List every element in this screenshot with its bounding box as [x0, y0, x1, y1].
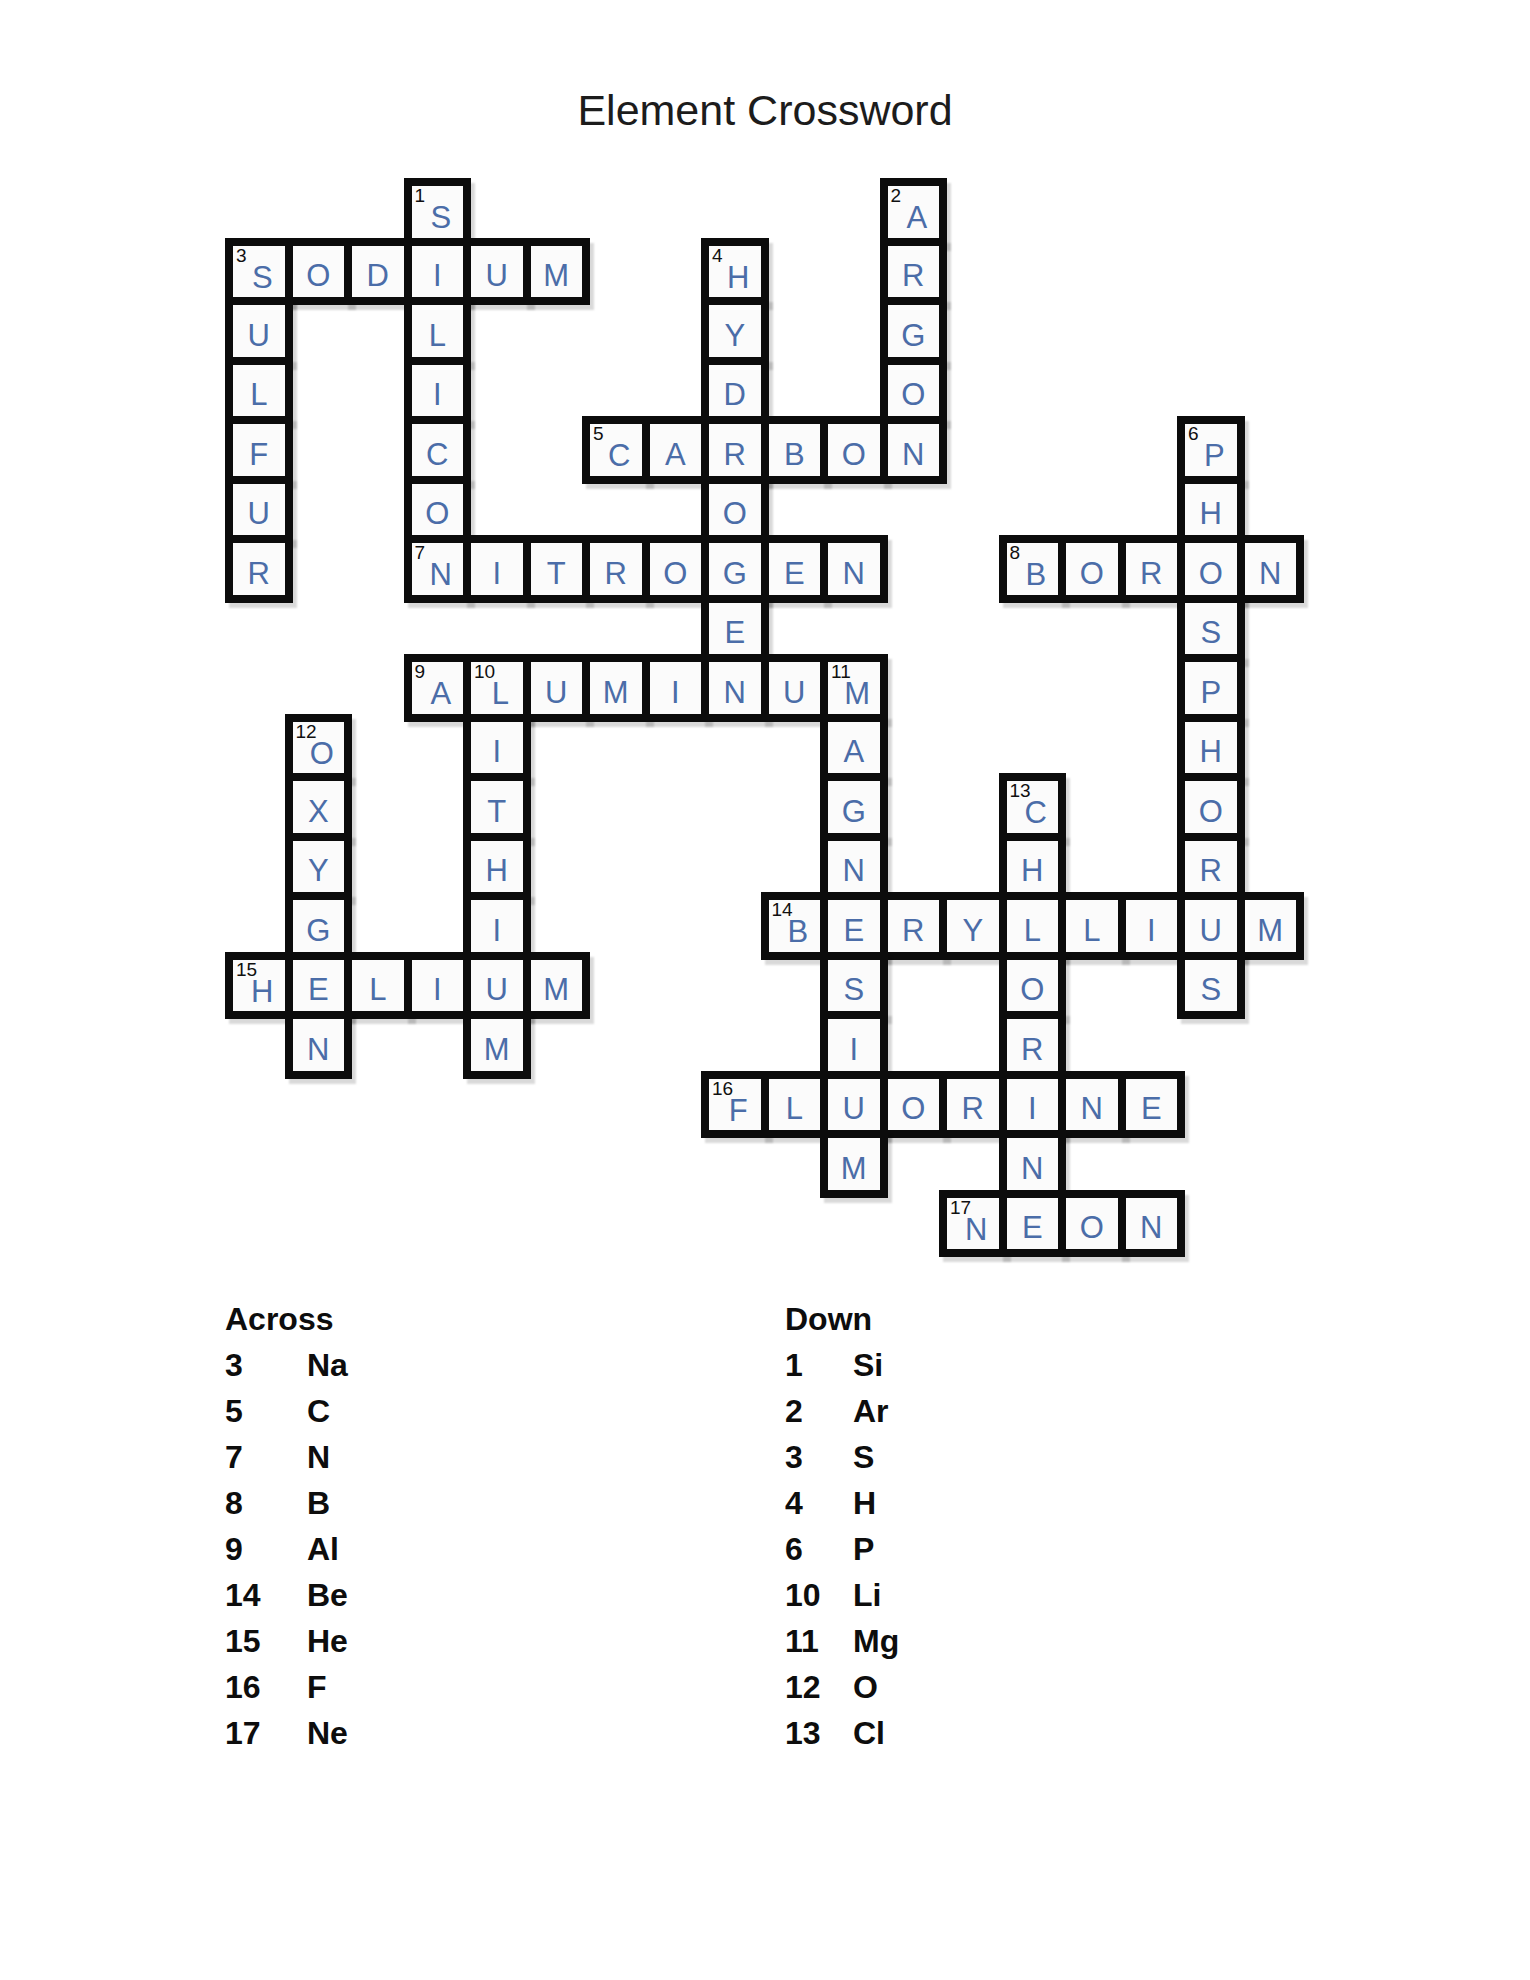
cell-letter: Y	[308, 855, 329, 886]
cell-letter: Y	[724, 320, 745, 351]
cell-letter: P	[1200, 677, 1221, 708]
cell-r12c9[interactable]: 14B	[761, 892, 829, 960]
cell-r5c16[interactable]: H	[1177, 476, 1245, 544]
cell-r8c8[interactable]: N	[701, 654, 769, 722]
cell-letter: I	[1028, 1093, 1037, 1124]
cell-r12c13[interactable]: L	[999, 892, 1067, 960]
clue-number: 10	[785, 1572, 853, 1618]
cell-r4c11[interactable]: N	[880, 416, 948, 484]
cell-letter: N	[1259, 558, 1281, 589]
cell-letter: O	[842, 439, 866, 470]
cell-r8c16[interactable]: P	[1177, 654, 1245, 722]
clue-text: Si	[853, 1347, 883, 1383]
cell-r6c16[interactable]: O	[1177, 535, 1245, 603]
cell-r0c3[interactable]: 1S	[404, 178, 472, 246]
cell-letter: G	[842, 796, 866, 827]
cell-letter: N	[724, 677, 746, 708]
clue-text: Na	[307, 1347, 348, 1383]
cell-letter: O	[901, 379, 925, 410]
cell-r1c1[interactable]: O	[285, 238, 353, 306]
cell-r15c10[interactable]: U	[820, 1071, 888, 1139]
cell-r13c13[interactable]: O	[999, 952, 1067, 1020]
cell-letter: O	[1199, 796, 1223, 827]
cell-r6c4[interactable]: I	[463, 535, 531, 603]
clue-text: Al	[307, 1531, 339, 1567]
cell-letter: I	[433, 260, 442, 291]
clue-number: 16	[225, 1664, 307, 1710]
clue-number: 1	[785, 1342, 853, 1388]
cell-r13c2[interactable]: L	[344, 952, 412, 1020]
cell-r6c10[interactable]: N	[820, 535, 888, 603]
cell-r12c12[interactable]: Y	[939, 892, 1007, 960]
cell-r8c10[interactable]: 11M	[820, 654, 888, 722]
clue-text: F	[307, 1669, 327, 1705]
cell-letter: F	[729, 1095, 748, 1126]
cell-r6c17[interactable]: N	[1237, 535, 1305, 603]
cell-r15c13[interactable]: I	[999, 1071, 1067, 1139]
cell-number: 8	[1010, 543, 1021, 564]
cell-r13c4[interactable]: U	[463, 952, 531, 1020]
cell-letter: H	[486, 855, 508, 886]
cell-r6c7[interactable]: O	[642, 535, 710, 603]
cell-r6c6[interactable]: R	[582, 535, 650, 603]
across-clue-14: 14Be	[225, 1572, 348, 1618]
cell-number: 1	[415, 186, 426, 207]
cell-letter: I	[1147, 915, 1156, 946]
cell-letter: L	[492, 678, 509, 709]
cell-number: 3	[236, 246, 247, 267]
clue-number: 6	[785, 1526, 853, 1572]
across-clue-7: 7N	[225, 1434, 348, 1480]
cell-r12c1[interactable]: G	[285, 892, 353, 960]
cell-r10c13[interactable]: 13C	[999, 773, 1067, 841]
clue-text: O	[853, 1669, 878, 1705]
clue-text: B	[307, 1485, 330, 1521]
cell-letter: O	[1080, 558, 1104, 589]
cell-r2c11[interactable]: G	[880, 297, 948, 365]
cell-r11c4[interactable]: H	[463, 833, 531, 901]
cell-r5c3[interactable]: O	[404, 476, 472, 544]
clue-number: 13	[785, 1710, 853, 1756]
cell-letter: E	[784, 558, 805, 589]
cell-letter: O	[723, 498, 747, 529]
cell-letter: I	[671, 677, 680, 708]
cell-r6c9[interactable]: E	[761, 535, 829, 603]
cell-letter: O	[1199, 558, 1223, 589]
clue-number: 5	[225, 1388, 307, 1434]
cell-letter: D	[724, 379, 746, 410]
clue-text: H	[853, 1485, 876, 1521]
cell-letter: B	[1025, 559, 1046, 590]
cell-letter: U	[486, 974, 508, 1005]
cell-letter: L	[369, 974, 386, 1005]
cell-r13c16[interactable]: S	[1177, 952, 1245, 1020]
cell-r13c3[interactable]: I	[404, 952, 472, 1020]
across-clue-15: 15He	[225, 1618, 348, 1664]
cell-r1c11[interactable]: R	[880, 238, 948, 306]
cell-number: 15	[236, 960, 257, 981]
cell-letter: N	[307, 1034, 329, 1065]
cell-number: 16	[712, 1079, 733, 1100]
clue-number: 8	[225, 1480, 307, 1526]
cell-letter: R	[902, 915, 924, 946]
cell-letter: L	[250, 379, 267, 410]
cell-r17c13[interactable]: E	[999, 1190, 1067, 1258]
cell-letter: M	[543, 974, 569, 1005]
crossword-board: 1S2A3SODIUM4HRULYGLIDOFC5CARBON6PUOOHR7N…	[225, 178, 1296, 1249]
cell-letter: U	[248, 320, 270, 351]
cell-letter: M	[1257, 915, 1283, 946]
cell-r14c13[interactable]: R	[999, 1011, 1067, 1079]
page: Element Crossword 1S2A3SODIUM4HRULYGLIDO…	[0, 0, 1530, 1980]
cell-letter: X	[308, 796, 329, 827]
cell-letter: H	[1021, 855, 1043, 886]
down-header: Down	[785, 1296, 899, 1342]
cell-letter: N	[430, 559, 452, 590]
cell-number: 13	[1010, 781, 1031, 802]
cell-r14c4[interactable]: M	[463, 1011, 531, 1079]
cell-letter: N	[1021, 1153, 1043, 1184]
cell-r4c3[interactable]: C	[404, 416, 472, 484]
cell-letter: E	[724, 617, 745, 648]
cell-r5c0[interactable]: U	[225, 476, 293, 544]
cell-letter: E	[1141, 1093, 1162, 1124]
cell-r12c4[interactable]: I	[463, 892, 531, 960]
cell-r13c0[interactable]: 15H	[225, 952, 293, 1020]
cell-r12c17[interactable]: M	[1237, 892, 1305, 960]
puzzle-title: Element Crossword	[0, 86, 1530, 135]
cell-letter: O	[663, 558, 687, 589]
cell-letter: H	[1200, 498, 1222, 529]
cell-letter: U	[1200, 915, 1222, 946]
clue-number: 12	[785, 1664, 853, 1710]
clue-text: He	[307, 1623, 348, 1659]
cell-letter: M	[844, 678, 870, 709]
down-clue-6: 6P	[785, 1526, 899, 1572]
cell-r4c0[interactable]: F	[225, 416, 293, 484]
cell-r8c9[interactable]: U	[761, 654, 829, 722]
cell-r13c1[interactable]: E	[285, 952, 353, 1020]
cell-letter: L	[786, 1093, 803, 1124]
cell-letter: O	[306, 260, 330, 291]
cell-r3c11[interactable]: O	[880, 357, 948, 425]
cell-letter: U	[545, 677, 567, 708]
cell-r17c12[interactable]: 17N	[939, 1190, 1007, 1258]
down-clue-2: 2Ar	[785, 1388, 899, 1434]
cell-letter: I	[433, 379, 442, 410]
cell-r15c11[interactable]: O	[880, 1071, 948, 1139]
cell-letter: I	[433, 974, 442, 1005]
cell-letter: L	[429, 320, 446, 351]
cell-r16c10[interactable]: M	[820, 1130, 888, 1198]
clue-number: 15	[225, 1618, 307, 1664]
down-clue-3: 3S	[785, 1434, 899, 1480]
cell-r17c15[interactable]: N	[1118, 1190, 1186, 1258]
cell-letter: O	[1020, 974, 1044, 1005]
cell-r4c8[interactable]: R	[701, 416, 769, 484]
cell-r2c8[interactable]: Y	[701, 297, 769, 365]
across-header: Across	[225, 1296, 348, 1342]
cell-letter: M	[543, 260, 569, 291]
cell-r1c0[interactable]: 3S	[225, 238, 293, 306]
cell-r6c13[interactable]: 8B	[999, 535, 1067, 603]
cell-r15c8[interactable]: 16F	[701, 1071, 769, 1139]
cell-letter: H	[251, 976, 273, 1007]
cell-letter: U	[248, 498, 270, 529]
cell-r9c4[interactable]: I	[463, 714, 531, 782]
clue-text: Ne	[307, 1715, 348, 1751]
cell-letter: G	[306, 915, 330, 946]
cell-r11c16[interactable]: R	[1177, 833, 1245, 901]
cell-r12c10[interactable]: E	[820, 892, 888, 960]
down-clue-13: 13Cl	[785, 1710, 899, 1756]
across-clue-3: 3Na	[225, 1342, 348, 1388]
across-clue-17: 17Ne	[225, 1710, 348, 1756]
cell-number: 17	[950, 1198, 971, 1219]
cell-r4c6[interactable]: 5C	[582, 416, 650, 484]
clue-text: Cl	[853, 1715, 885, 1751]
cell-letter: T	[487, 796, 506, 827]
cell-r14c1[interactable]: N	[285, 1011, 353, 1079]
cell-letter: S	[430, 202, 451, 233]
cell-r15c12[interactable]: R	[939, 1071, 1007, 1139]
cell-r10c4[interactable]: T	[463, 773, 531, 841]
cell-number: 10	[474, 662, 495, 683]
cell-letter: A	[906, 202, 927, 233]
cell-letter: M	[484, 1034, 510, 1065]
cell-r2c0[interactable]: U	[225, 297, 293, 365]
cell-letter: R	[1140, 558, 1162, 589]
cell-r12c11[interactable]: R	[880, 892, 948, 960]
cell-number: 6	[1188, 424, 1199, 445]
clue-text: S	[853, 1439, 874, 1475]
cell-letter: O	[310, 738, 334, 769]
cell-letter: R	[724, 439, 746, 470]
cell-letter: R	[1021, 1034, 1043, 1065]
cell-letter: I	[492, 915, 501, 946]
cell-r15c15[interactable]: E	[1118, 1071, 1186, 1139]
cell-letter: N	[902, 439, 924, 470]
down-clue-10: 10Li	[785, 1572, 899, 1618]
cell-letter: C	[608, 440, 630, 471]
down-clue-12: 12O	[785, 1664, 899, 1710]
cell-r4c9[interactable]: B	[761, 416, 829, 484]
cell-number: 12	[296, 722, 317, 743]
cell-r1c8[interactable]: 4H	[701, 238, 769, 306]
cell-letter: R	[902, 260, 924, 291]
cell-r8c7[interactable]: I	[642, 654, 710, 722]
across-clue-8: 8B	[225, 1480, 348, 1526]
cell-number: 14	[772, 900, 793, 921]
cell-letter: C	[1025, 797, 1047, 828]
cell-letter: S	[843, 974, 864, 1005]
cell-letter: O	[425, 498, 449, 529]
clue-number: 11	[785, 1618, 853, 1664]
cell-letter: O	[901, 1093, 925, 1124]
cell-letter: H	[1200, 736, 1222, 767]
down-clue-4: 4H	[785, 1480, 899, 1526]
cell-r6c15[interactable]: R	[1118, 535, 1186, 603]
cell-r15c9[interactable]: L	[761, 1071, 829, 1139]
cell-letter: B	[784, 439, 805, 470]
cell-number: 2	[891, 186, 902, 207]
cell-r8c5[interactable]: U	[523, 654, 591, 722]
cell-r4c10[interactable]: O	[820, 416, 888, 484]
cell-r3c3[interactable]: I	[404, 357, 472, 425]
cell-letter: A	[430, 678, 451, 709]
cell-letter: N	[1081, 1093, 1103, 1124]
cell-letter: A	[665, 439, 686, 470]
clue-number: 9	[225, 1526, 307, 1572]
cell-letter: D	[367, 260, 389, 291]
cell-letter: I	[492, 558, 501, 589]
cell-r12c15[interactable]: I	[1118, 892, 1186, 960]
cell-r8c4[interactable]: 10L	[463, 654, 531, 722]
cell-r14c10[interactable]: I	[820, 1011, 888, 1079]
cell-letter: H	[727, 262, 749, 293]
cell-number: 5	[593, 424, 604, 445]
cell-r17c14[interactable]: O	[1058, 1190, 1126, 1258]
cell-letter: O	[1080, 1212, 1104, 1243]
cell-letter: N	[965, 1214, 987, 1245]
cell-letter: M	[603, 677, 629, 708]
cell-letter: N	[843, 855, 865, 886]
cell-r0c11[interactable]: 2A	[880, 178, 948, 246]
cell-letter: M	[841, 1153, 867, 1184]
clue-number: 2	[785, 1388, 853, 1434]
cell-letter: S	[1200, 617, 1221, 648]
cell-letter: R	[605, 558, 627, 589]
cell-r7c8[interactable]: E	[701, 595, 769, 663]
cell-letter: B	[787, 916, 808, 947]
cell-r2c3[interactable]: L	[404, 297, 472, 365]
across-list: 3Na5C7N8B9Al14Be15He16F17Ne	[225, 1342, 348, 1756]
cell-letter: T	[547, 558, 566, 589]
clue-text: P	[853, 1531, 874, 1567]
cell-letter: S	[252, 262, 273, 293]
cell-letter: C	[426, 439, 448, 470]
clue-text: N	[307, 1439, 330, 1475]
across-clue-16: 16F	[225, 1664, 348, 1710]
cell-letter: S	[1200, 974, 1221, 1005]
cell-r6c8[interactable]: G	[701, 535, 769, 603]
cell-r7c16[interactable]: S	[1177, 595, 1245, 663]
cell-r8c3[interactable]: 9A	[404, 654, 472, 722]
down-clue-11: 11Mg	[785, 1618, 899, 1664]
cell-letter: R	[248, 558, 270, 589]
cell-r16c13[interactable]: N	[999, 1130, 1067, 1198]
cell-letter: E	[843, 915, 864, 946]
cell-letter: G	[901, 320, 925, 351]
cell-letter: R	[962, 1093, 984, 1124]
clue-number: 3	[225, 1342, 307, 1388]
cell-letter: R	[1200, 855, 1222, 886]
cell-letter: U	[783, 677, 805, 708]
clue-number: 4	[785, 1480, 853, 1526]
cell-r9c10[interactable]: A	[820, 714, 888, 782]
cell-number: 9	[415, 662, 426, 683]
cell-letter: I	[849, 1034, 858, 1065]
across-clues: Across 3Na5C7N8B9Al14Be15He16F17Ne	[225, 1296, 348, 1756]
cell-r4c7[interactable]: A	[642, 416, 710, 484]
clue-number: 3	[785, 1434, 853, 1480]
down-clues: Down 1Si2Ar3S4H6P10Li11Mg12O13Cl	[785, 1296, 899, 1756]
cell-r11c10[interactable]: N	[820, 833, 888, 901]
clue-text: Li	[853, 1577, 881, 1613]
cell-r1c4[interactable]: U	[463, 238, 531, 306]
cell-r12c14[interactable]: L	[1058, 892, 1126, 960]
across-clue-5: 5C	[225, 1388, 348, 1434]
cell-r10c10[interactable]: G	[820, 773, 888, 841]
cell-r6c0[interactable]: R	[225, 535, 293, 603]
cell-r10c1[interactable]: X	[285, 773, 353, 841]
cell-letter: E	[1022, 1212, 1043, 1243]
cell-letter: N	[843, 558, 865, 589]
clue-number: 14	[225, 1572, 307, 1618]
cell-letter: F	[249, 439, 268, 470]
cell-number: 4	[712, 246, 723, 267]
cell-r12c16[interactable]: U	[1177, 892, 1245, 960]
cell-letter: U	[843, 1093, 865, 1124]
clue-number: 17	[225, 1710, 307, 1756]
cell-r15c14[interactable]: N	[1058, 1071, 1126, 1139]
cell-r11c13[interactable]: H	[999, 833, 1067, 901]
cell-r9c1[interactable]: 12O	[285, 714, 353, 782]
cell-number: 11	[831, 662, 851, 683]
cell-r8c6[interactable]: M	[582, 654, 650, 722]
cell-r4c16[interactable]: 6P	[1177, 416, 1245, 484]
cell-letter: A	[843, 736, 864, 767]
cell-number: 7	[415, 543, 426, 564]
cell-letter: U	[486, 260, 508, 291]
cell-r6c3[interactable]: 7N	[404, 535, 472, 603]
cell-r1c2[interactable]: D	[344, 238, 412, 306]
clue-text: C	[307, 1393, 330, 1429]
clue-number: 7	[225, 1434, 307, 1480]
cell-r6c14[interactable]: O	[1058, 535, 1126, 603]
cell-r11c1[interactable]: Y	[285, 833, 353, 901]
cell-r13c10[interactable]: S	[820, 952, 888, 1020]
cell-r3c8[interactable]: D	[701, 357, 769, 425]
cell-letter: I	[492, 736, 501, 767]
cell-r13c5[interactable]: M	[523, 952, 591, 1020]
down-clue-1: 1Si	[785, 1342, 899, 1388]
clue-text: Ar	[853, 1393, 889, 1429]
cell-r6c5[interactable]: T	[523, 535, 591, 603]
clue-text: Mg	[853, 1623, 899, 1659]
cell-letter: N	[1140, 1212, 1162, 1243]
cell-letter: P	[1204, 440, 1225, 471]
cell-r5c8[interactable]: O	[701, 476, 769, 544]
cell-r1c3[interactable]: I	[404, 238, 472, 306]
cell-letter: L	[1024, 915, 1041, 946]
cell-letter: G	[723, 558, 747, 589]
cell-r10c16[interactable]: O	[1177, 773, 1245, 841]
cell-letter: Y	[962, 915, 983, 946]
cell-r3c0[interactable]: L	[225, 357, 293, 425]
down-list: 1Si2Ar3S4H6P10Li11Mg12O13Cl	[785, 1342, 899, 1756]
cell-r1c5[interactable]: M	[523, 238, 591, 306]
cell-r9c16[interactable]: H	[1177, 714, 1245, 782]
cell-letter: E	[308, 974, 329, 1005]
across-clue-9: 9Al	[225, 1526, 348, 1572]
cell-letter: L	[1083, 915, 1100, 946]
clue-text: Be	[307, 1577, 348, 1613]
